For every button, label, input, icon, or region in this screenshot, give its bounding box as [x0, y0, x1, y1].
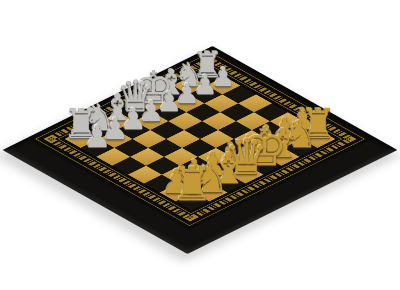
chess-set-photo: ♜♞♝♛♚♝♞♜♟♟♟♟♟♟♟♟♟♟♟♟♟♟♟♟♜♞♝♛♚♝♞♜: [0, 0, 400, 290]
